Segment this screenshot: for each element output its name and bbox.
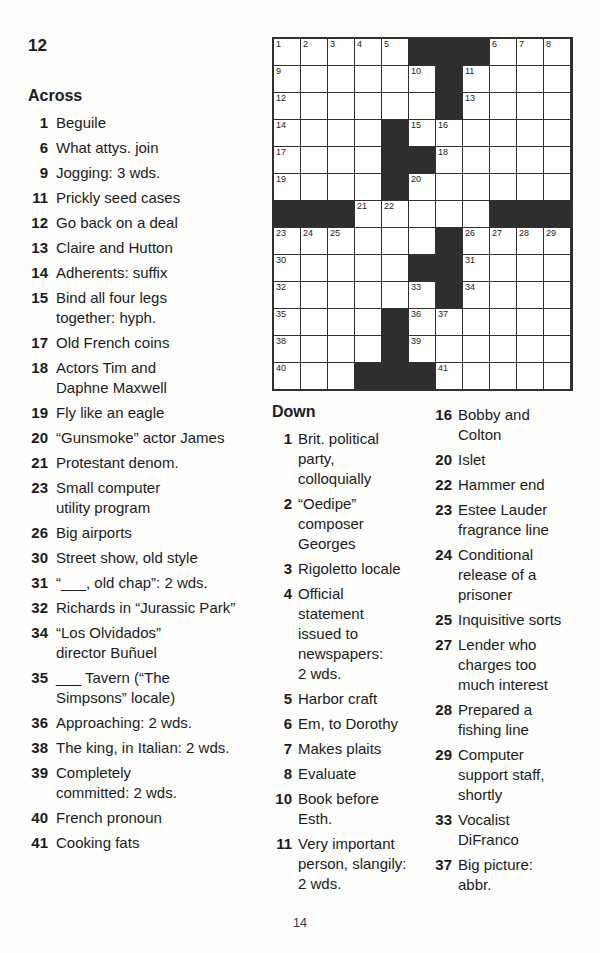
grid-cell-r12c9[interactable] (490, 336, 516, 362)
across-clue-34: 34“Los Olvidados” director Buñuel (28, 623, 266, 663)
grid-cell-r10c10[interactable] (517, 282, 543, 308)
grid-cell-r5c8[interactable] (463, 147, 489, 173)
clue-text: French pronoun (56, 808, 264, 828)
clue-number: 29 (430, 745, 452, 765)
cell-number: 33 (411, 283, 421, 292)
grid-cell-r4c1[interactable]: 14 (274, 120, 300, 146)
down-section-column-2: 16Bobby and Colton20Islet22Hammer end23E… (430, 405, 590, 900)
grid-cell-r10c5[interactable] (382, 282, 408, 308)
cell-number: 27 (492, 229, 502, 238)
grid-cell-r3c5[interactable] (382, 93, 408, 119)
clue-text: Actors Tim and Daphne Maxwell (56, 358, 264, 398)
grid-cell-r1c9[interactable]: 6 (490, 39, 516, 65)
across-clue-9: 9Jogging: 3 wds. (28, 163, 266, 183)
down-clue-6: 6Em, to Dorothy (272, 714, 434, 734)
across-clue-14: 14Adherents: suffix (28, 263, 266, 283)
grid-cell-r9c8[interactable]: 31 (463, 255, 489, 281)
grid-cell-r6c11[interactable] (544, 174, 570, 200)
across-clue-39: 39Completely committed: 2 wds. (28, 763, 266, 803)
grid-cell-r10c11[interactable] (544, 282, 570, 308)
grid-cell-black-r1c7 (436, 39, 462, 65)
grid-cell-r10c6[interactable]: 33 (409, 282, 435, 308)
across-clue-31: 31“___, old chap”: 2 wds. (28, 573, 266, 593)
grid-cell-r12c8[interactable] (463, 336, 489, 362)
grid-cell-r8c11[interactable]: 29 (544, 228, 570, 254)
cell-number: 12 (276, 94, 286, 103)
grid-cell-black-r7c2 (301, 201, 327, 227)
across-clue-1: 1Beguile (28, 113, 266, 133)
clue-number: 1 (272, 429, 292, 449)
grid-cell-r3c1[interactable]: 12 (274, 93, 300, 119)
clue-text: Computer support staff, shortly (458, 745, 588, 805)
grid-cell-r8c4[interactable] (355, 228, 381, 254)
clue-text: Adherents: suffix (56, 263, 264, 283)
grid-cell-r4c3[interactable] (328, 120, 354, 146)
grid-cell-r6c8[interactable] (463, 174, 489, 200)
clue-number: 40 (28, 808, 48, 828)
crossword-puzzle-page: 12 1234567891011121314151617181920212223… (0, 0, 600, 953)
clue-number: 17 (28, 333, 48, 353)
grid-cell-r12c1[interactable]: 38 (274, 336, 300, 362)
clue-text: Brit. political party, colloquially (298, 429, 432, 489)
clue-text: Big airports (56, 523, 264, 543)
grid-cell-black-r3c7 (436, 93, 462, 119)
grid-cell-black-r7c9 (490, 201, 516, 227)
grid-cell-r9c11[interactable] (544, 255, 570, 281)
across-clue-18: 18Actors Tim and Daphne Maxwell (28, 358, 266, 398)
grid-cell-r2c2[interactable] (301, 66, 327, 92)
cell-number: 28 (519, 229, 529, 238)
clue-text: Completely committed: 2 wds. (56, 763, 264, 803)
grid-cell-r11c11[interactable] (544, 309, 570, 335)
cell-number: 21 (357, 202, 367, 211)
clue-number: 7 (272, 739, 292, 759)
cell-number: 9 (276, 67, 281, 76)
cell-number: 16 (438, 121, 448, 130)
grid-cell-r4c4[interactable] (355, 120, 381, 146)
down-section-column-1: Down 1Brit. political party, colloquiall… (272, 402, 434, 899)
clue-number: 11 (28, 188, 48, 208)
cell-number: 41 (438, 364, 448, 373)
grid-cell-r2c5[interactable] (382, 66, 408, 92)
grid-cell-r5c7[interactable]: 18 (436, 147, 462, 173)
grid-cell-r9c10[interactable] (517, 255, 543, 281)
across-clue-19: 19Fly like an eagle (28, 403, 266, 423)
cell-number: 11 (465, 67, 474, 76)
grid-cell-r8c1[interactable]: 23 (274, 228, 300, 254)
clue-text: Approaching: 2 wds. (56, 713, 264, 733)
grid-cell-black-r11c5 (382, 309, 408, 335)
page-number-bottom: 14 (0, 916, 600, 930)
grid-cell-r10c3[interactable] (328, 282, 354, 308)
grid-cell-r9c5[interactable] (382, 255, 408, 281)
grid-cell-r12c4[interactable] (355, 336, 381, 362)
down-clue-5: 5Harbor craft (272, 689, 434, 709)
cell-number: 31 (465, 256, 475, 265)
across-clue-38: 38The king, in Italian: 2 wds. (28, 738, 266, 758)
grid-cell-r11c7[interactable]: 37 (436, 309, 462, 335)
down-clue-11: 11Very important person, slangily: 2 wds… (272, 834, 434, 894)
grid-cell-r6c6[interactable]: 20 (409, 174, 435, 200)
grid-cell-black-r7c11 (544, 201, 570, 227)
clue-number: 39 (28, 763, 48, 783)
clue-text: Richards in “Jurassic Park” (56, 598, 264, 618)
clue-text: Makes plaits (298, 739, 432, 759)
grid-cell-black-r9c7 (436, 255, 462, 281)
cell-number: 15 (411, 121, 421, 130)
grid-cell-r12c11[interactable] (544, 336, 570, 362)
cell-number: 18 (438, 148, 448, 157)
clue-number: 28 (430, 700, 452, 720)
clue-text: Prickly seed cases (56, 188, 264, 208)
grid-cell-black-r13c4 (355, 363, 381, 389)
down-clue-27: 27Lender who charges too much interest (430, 635, 590, 695)
grid-cell-r6c2[interactable] (301, 174, 327, 200)
clue-number: 27 (430, 635, 452, 655)
cell-number: 34 (465, 283, 475, 292)
clue-number: 10 (272, 789, 292, 809)
grid-cell-r11c10[interactable] (517, 309, 543, 335)
grid-cell-black-r13c5 (382, 363, 408, 389)
clue-number: 38 (28, 738, 48, 758)
grid-cell-r9c2[interactable] (301, 255, 327, 281)
grid-cell-r9c4[interactable] (355, 255, 381, 281)
clue-text: Em, to Dorothy (298, 714, 432, 734)
across-section: Across 1Beguile6What attys. join9Jogging… (28, 86, 266, 858)
grid-cell-r3c8[interactable]: 13 (463, 93, 489, 119)
grid-cell-black-r7c1 (274, 201, 300, 227)
grid-cell-r10c1[interactable]: 32 (274, 282, 300, 308)
grid-cell-r7c7[interactable] (436, 201, 462, 227)
page-number-top: 12 (28, 36, 47, 56)
across-clue-list: 1Beguile6What attys. join9Jogging: 3 wds… (28, 113, 266, 853)
grid-cell-r4c2[interactable] (301, 120, 327, 146)
grid-cell-r5c9[interactable] (490, 147, 516, 173)
clue-text: Islet (458, 450, 588, 470)
cell-number: 38 (276, 337, 286, 346)
grid-cell-r12c7[interactable] (436, 336, 462, 362)
grid-cell-r3c11[interactable] (544, 93, 570, 119)
cell-number: 24 (303, 229, 313, 238)
grid-cell-r13c7[interactable]: 41 (436, 363, 462, 389)
down-clue-37: 37Big picture: abbr. (430, 855, 590, 895)
across-header: Across (28, 86, 266, 106)
down-header: Down (272, 402, 434, 422)
grid-cell-black-r9c6 (409, 255, 435, 281)
grid-cell-black-r6c5 (382, 174, 408, 200)
clue-text: Evaluate (298, 764, 432, 784)
grid-cell-r8c6[interactable] (409, 228, 435, 254)
grid-cell-r12c2[interactable] (301, 336, 327, 362)
clue-number: 35 (28, 668, 48, 688)
down-clue-16: 16Bobby and Colton (430, 405, 590, 445)
grid-cell-r7c5[interactable]: 22 (382, 201, 408, 227)
clue-number: 6 (28, 138, 48, 158)
cell-number: 25 (330, 229, 340, 238)
clue-text: Claire and Hutton (56, 238, 264, 258)
cell-number: 23 (276, 229, 286, 238)
grid-cell-black-r8c7 (436, 228, 462, 254)
grid-cell-r11c1[interactable]: 35 (274, 309, 300, 335)
clue-number: 20 (430, 450, 452, 470)
across-clue-41: 41Cooking fats (28, 833, 266, 853)
down-clue-2: 2“Oedipe” composer Georges (272, 494, 434, 554)
clue-text: Beguile (56, 113, 264, 133)
clue-text: Cooking fats (56, 833, 264, 853)
clue-number: 3 (272, 559, 292, 579)
clue-text: What attys. join (56, 138, 264, 158)
grid-cell-r5c2[interactable] (301, 147, 327, 173)
across-clue-23: 23Small computer utility program (28, 478, 266, 518)
clue-number: 31 (28, 573, 48, 593)
grid-cell-r1c11[interactable]: 8 (544, 39, 570, 65)
grid-cell-r4c7[interactable]: 16 (436, 120, 462, 146)
grid-cell-r7c6[interactable] (409, 201, 435, 227)
clue-number: 41 (28, 833, 48, 853)
clue-text: “___, old chap”: 2 wds. (56, 573, 264, 593)
clue-number: 25 (430, 610, 452, 630)
clue-number: 5 (272, 689, 292, 709)
grid-cell-r5c10[interactable] (517, 147, 543, 173)
clue-number: 20 (28, 428, 48, 448)
clue-number: 23 (430, 500, 452, 520)
down-clue-25: 25Inquisitive sorts (430, 610, 590, 630)
grid-cell-black-r5c6 (409, 147, 435, 173)
grid-cell-r3c9[interactable] (490, 93, 516, 119)
grid-cell-r7c4[interactable]: 21 (355, 201, 381, 227)
clue-number: 2 (272, 494, 292, 514)
grid-cell-r4c6[interactable]: 15 (409, 120, 435, 146)
grid-cell-r1c2[interactable]: 2 (301, 39, 327, 65)
down-clue-7: 7Makes plaits (272, 739, 434, 759)
grid-cell-r2c3[interactable] (328, 66, 354, 92)
clue-number: 14 (28, 263, 48, 283)
cell-number: 35 (276, 310, 286, 319)
down-clue-10: 10Book before Esth. (272, 789, 434, 829)
cell-number: 5 (384, 40, 389, 49)
grid-cell-r1c1[interactable]: 1 (274, 39, 300, 65)
grid-cell-r3c3[interactable] (328, 93, 354, 119)
grid-cell-r5c11[interactable] (544, 147, 570, 173)
clue-text: Book before Esth. (298, 789, 432, 829)
grid-cell-r10c9[interactable] (490, 282, 516, 308)
grid-cell-r8c8[interactable]: 26 (463, 228, 489, 254)
grid-cell-black-r7c3 (328, 201, 354, 227)
across-clue-36: 36Approaching: 2 wds. (28, 713, 266, 733)
grid-cell-r9c1[interactable]: 30 (274, 255, 300, 281)
grid-cell-r10c2[interactable] (301, 282, 327, 308)
down-clue-24: 24Conditional release of a prisoner (430, 545, 590, 605)
grid-cell-black-r10c7 (436, 282, 462, 308)
grid-cell-r12c10[interactable] (517, 336, 543, 362)
across-clue-12: 12Go back on a deal (28, 213, 266, 233)
grid-cell-r6c1[interactable]: 19 (274, 174, 300, 200)
clue-number: 26 (28, 523, 48, 543)
grid-cell-r8c9[interactable]: 27 (490, 228, 516, 254)
grid-cell-r11c9[interactable] (490, 309, 516, 335)
grid-cell-r11c4[interactable] (355, 309, 381, 335)
across-clue-17: 17Old French coins (28, 333, 266, 353)
grid-cell-r12c3[interactable] (328, 336, 354, 362)
across-clue-15: 15Bind all four legs together: hyph. (28, 288, 266, 328)
clue-text: Lender who charges too much interest (458, 635, 588, 695)
grid-cell-r8c10[interactable]: 28 (517, 228, 543, 254)
grid-cell-r11c6[interactable]: 36 (409, 309, 435, 335)
cell-number: 20 (411, 175, 421, 184)
grid-cell-r13c11[interactable] (544, 363, 570, 389)
clue-number: 9 (28, 163, 48, 183)
clue-text: Prepared a fishing line (458, 700, 588, 740)
grid-cell-black-r12c5 (382, 336, 408, 362)
clue-text: ___ Tavern (“The Simpsons” locale) (56, 668, 264, 708)
clue-number: 8 (272, 764, 292, 784)
across-clue-6: 6What attys. join (28, 138, 266, 158)
clue-number: 11 (272, 834, 292, 854)
cell-number: 6 (492, 40, 497, 49)
clue-text: Old French coins (56, 333, 264, 353)
grid-cell-r5c1[interactable]: 17 (274, 147, 300, 173)
clue-text: Very important person, slangily: 2 wds. (298, 834, 432, 894)
clue-number: 13 (28, 238, 48, 258)
grid-cell-r9c3[interactable] (328, 255, 354, 281)
cell-number: 22 (384, 202, 394, 211)
grid-cell-r2c1[interactable]: 9 (274, 66, 300, 92)
grid-cell-r6c3[interactable] (328, 174, 354, 200)
clue-number: 23 (28, 478, 48, 498)
clue-number: 21 (28, 453, 48, 473)
clue-number: 12 (28, 213, 48, 233)
grid-cell-r4c11[interactable] (544, 120, 570, 146)
grid-cell-black-r13c6 (409, 363, 435, 389)
grid-cell-r4c9[interactable] (490, 120, 516, 146)
grid-cell-r4c8[interactable] (463, 120, 489, 146)
grid-cell-r8c3[interactable]: 25 (328, 228, 354, 254)
cell-number: 10 (411, 67, 421, 76)
clue-text: Go back on a deal (56, 213, 264, 233)
grid-cell-r11c2[interactable] (301, 309, 327, 335)
grid-cell-r13c8[interactable] (463, 363, 489, 389)
clue-text: Official statement issued to newspapers:… (298, 584, 432, 684)
grid-cell-r13c9[interactable] (490, 363, 516, 389)
grid-cell-r10c4[interactable] (355, 282, 381, 308)
clue-text: “Oedipe” composer Georges (298, 494, 432, 554)
clue-text: Street show, old style (56, 548, 264, 568)
grid-cell-r1c4[interactable]: 4 (355, 39, 381, 65)
across-clue-21: 21Protestant denom. (28, 453, 266, 473)
cell-number: 36 (411, 310, 421, 319)
grid-cell-r9c9[interactable] (490, 255, 516, 281)
grid-cell-r3c2[interactable] (301, 93, 327, 119)
grid-cell-r13c2[interactable] (301, 363, 327, 389)
grid-cell-r1c10[interactable]: 7 (517, 39, 543, 65)
cell-number: 30 (276, 256, 286, 265)
grid-cell-black-r1c6 (409, 39, 435, 65)
clue-number: 34 (28, 623, 48, 643)
grid-cell-r2c9[interactable] (490, 66, 516, 92)
grid-cell-r6c4[interactable] (355, 174, 381, 200)
down-clue-list-1: 1Brit. political party, colloquially2“Oe… (272, 429, 434, 894)
grid-cell-r2c8[interactable]: 11 (463, 66, 489, 92)
grid-cell-r2c6[interactable]: 10 (409, 66, 435, 92)
across-clue-13: 13Claire and Hutton (28, 238, 266, 258)
grid-cell-r2c10[interactable] (517, 66, 543, 92)
across-clue-20: 20“Gunsmoke” actor James (28, 428, 266, 448)
clue-number: 37 (430, 855, 452, 875)
across-clue-26: 26Big airports (28, 523, 266, 543)
clue-number: 30 (28, 548, 48, 568)
clue-text: Harbor craft (298, 689, 432, 709)
grid-cell-r3c4[interactable] (355, 93, 381, 119)
grid-cell-r6c10[interactable] (517, 174, 543, 200)
across-clue-32: 32Richards in “Jurassic Park” (28, 598, 266, 618)
cell-number: 26 (465, 229, 475, 238)
cell-number: 32 (276, 283, 286, 292)
grid-cell-r8c2[interactable]: 24 (301, 228, 327, 254)
clue-number: 15 (28, 288, 48, 308)
grid-cell-r12c6[interactable]: 39 (409, 336, 435, 362)
grid-cell-r13c3[interactable] (328, 363, 354, 389)
clue-text: “Gunsmoke” actor James (56, 428, 264, 448)
clue-number: 33 (430, 810, 452, 830)
clue-text: The king, in Italian: 2 wds. (56, 738, 264, 758)
down-clue-list-2: 16Bobby and Colton20Islet22Hammer end23E… (430, 405, 590, 895)
clue-text: Bobby and Colton (458, 405, 588, 445)
grid-cell-r3c6[interactable] (409, 93, 435, 119)
grid-cell-r4c10[interactable] (517, 120, 543, 146)
grid-cell-black-r1c8 (463, 39, 489, 65)
down-clue-3: 3Rigoletto locale (272, 559, 434, 579)
clue-text: Hammer end (458, 475, 588, 495)
grid-cell-r6c7[interactable] (436, 174, 462, 200)
grid-cell-r1c5[interactable]: 5 (382, 39, 408, 65)
grid-cell-r10c8[interactable]: 34 (463, 282, 489, 308)
clue-text: Conditional release of a prisoner (458, 545, 588, 605)
grid-cell-r7c8[interactable] (463, 201, 489, 227)
clue-text: Big picture: abbr. (458, 855, 588, 895)
grid-cell-r13c1[interactable]: 40 (274, 363, 300, 389)
grid-cell-r5c3[interactable] (328, 147, 354, 173)
clue-number: 4 (272, 584, 292, 604)
cell-number: 8 (546, 40, 551, 49)
grid-cell-r11c8[interactable] (463, 309, 489, 335)
clue-text: Fly like an eagle (56, 403, 264, 423)
clue-number: 18 (28, 358, 48, 378)
clue-number: 32 (28, 598, 48, 618)
clue-number: 1 (28, 113, 48, 133)
grid-cell-r13c10[interactable] (517, 363, 543, 389)
across-clue-30: 30Street show, old style (28, 548, 266, 568)
cell-number: 4 (357, 40, 362, 49)
grid-cell-r2c4[interactable] (355, 66, 381, 92)
clue-text: Estee Lauder fragrance line (458, 500, 588, 540)
grid-cell-r1c3[interactable]: 3 (328, 39, 354, 65)
grid-cell-r8c5[interactable] (382, 228, 408, 254)
across-clue-35: 35___ Tavern (“The Simpsons” locale) (28, 668, 266, 708)
grid-cell-r11c3[interactable] (328, 309, 354, 335)
grid-cell-r3c10[interactable] (517, 93, 543, 119)
cell-number: 2 (303, 40, 308, 49)
grid-cell-black-r4c5 (382, 120, 408, 146)
grid-cell-r2c11[interactable] (544, 66, 570, 92)
down-clue-33: 33Vocalist DiFranco (430, 810, 590, 850)
down-clue-23: 23Estee Lauder fragrance line (430, 500, 590, 540)
clue-text: Rigoletto locale (298, 559, 432, 579)
grid-cell-r5c4[interactable] (355, 147, 381, 173)
clue-number: 6 (272, 714, 292, 734)
grid-cell-black-r7c10 (517, 201, 543, 227)
grid-cell-r6c9[interactable] (490, 174, 516, 200)
grid-cell-black-r5c5 (382, 147, 408, 173)
